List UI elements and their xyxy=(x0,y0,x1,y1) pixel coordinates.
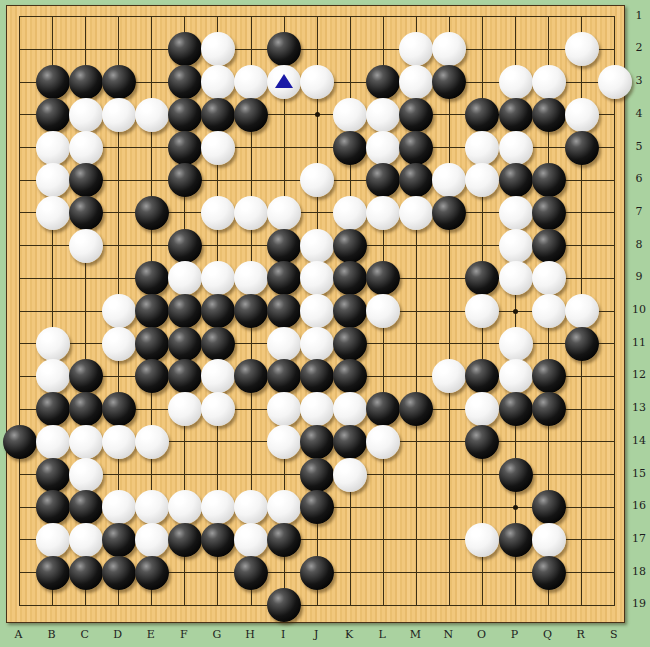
black-stone-L9 xyxy=(366,261,400,295)
column-label-B: B xyxy=(43,628,61,642)
white-stone-H7 xyxy=(234,196,268,230)
black-stone-Q8 xyxy=(532,229,566,263)
black-stone-P17 xyxy=(499,523,533,557)
white-stone-D16 xyxy=(102,490,136,524)
white-stone-S3 xyxy=(598,65,632,99)
column-label-D: D xyxy=(109,628,127,642)
white-stone-B7 xyxy=(36,196,70,230)
white-stone-Q3 xyxy=(532,65,566,99)
black-stone-F12 xyxy=(168,359,202,393)
row-label-6: 6 xyxy=(629,172,649,186)
white-stone-K7 xyxy=(333,196,367,230)
white-stone-G16 xyxy=(201,490,235,524)
black-stone-C13 xyxy=(69,392,103,426)
column-label-Q: Q xyxy=(539,628,557,642)
white-stone-O17 xyxy=(465,523,499,557)
black-stone-I19 xyxy=(267,588,301,622)
go-board[interactable] xyxy=(6,5,625,623)
column-label-J: J xyxy=(307,628,325,642)
white-stone-L14 xyxy=(366,425,400,459)
white-stone-P7 xyxy=(499,196,533,230)
black-stone-L6 xyxy=(366,163,400,197)
black-stone-I2 xyxy=(267,32,301,66)
black-stone-H4 xyxy=(234,98,268,132)
white-stone-G5 xyxy=(201,131,235,165)
black-stone-I9 xyxy=(267,261,301,295)
white-stone-M2 xyxy=(399,32,433,66)
black-stone-M6 xyxy=(399,163,433,197)
column-label-G: G xyxy=(208,628,226,642)
black-stone-G17 xyxy=(201,523,235,557)
white-stone-C14 xyxy=(69,425,103,459)
white-stone-J10 xyxy=(300,294,334,328)
black-stone-B13 xyxy=(36,392,70,426)
black-stone-K12 xyxy=(333,359,367,393)
white-stone-B17 xyxy=(36,523,70,557)
row-label-3: 3 xyxy=(629,74,649,88)
white-stone-H9 xyxy=(234,261,268,295)
white-stone-N6 xyxy=(432,163,466,197)
column-label-S: S xyxy=(605,628,623,642)
white-stone-Q17 xyxy=(532,523,566,557)
black-stone-A14 xyxy=(3,425,37,459)
black-stone-D13 xyxy=(102,392,136,426)
black-stone-D17 xyxy=(102,523,136,557)
column-label-F: F xyxy=(175,628,193,642)
white-stone-Q9 xyxy=(532,261,566,295)
black-stone-Q6 xyxy=(532,163,566,197)
white-stone-B12 xyxy=(36,359,70,393)
white-stone-J8 xyxy=(300,229,334,263)
black-stone-I17 xyxy=(267,523,301,557)
black-stone-I10 xyxy=(267,294,301,328)
white-stone-M7 xyxy=(399,196,433,230)
black-stone-G10 xyxy=(201,294,235,328)
row-label-16: 16 xyxy=(629,499,649,513)
white-stone-J3 xyxy=(300,65,334,99)
white-stone-H17 xyxy=(234,523,268,557)
black-stone-Q4 xyxy=(532,98,566,132)
column-label-C: C xyxy=(76,628,94,642)
white-stone-D14 xyxy=(102,425,136,459)
black-stone-Q16 xyxy=(532,490,566,524)
row-label-1: 1 xyxy=(629,9,649,23)
column-label-L: L xyxy=(373,628,391,642)
white-stone-L4 xyxy=(366,98,400,132)
white-stone-C8 xyxy=(69,229,103,263)
white-stone-D10 xyxy=(102,294,136,328)
white-stone-K4 xyxy=(333,98,367,132)
black-stone-Q18 xyxy=(532,556,566,590)
column-label-I: I xyxy=(274,628,292,642)
white-stone-C17 xyxy=(69,523,103,557)
white-stone-L5 xyxy=(366,131,400,165)
white-stone-I14 xyxy=(267,425,301,459)
black-stone-B18 xyxy=(36,556,70,590)
black-stone-Q12 xyxy=(532,359,566,393)
column-label-K: K xyxy=(340,628,358,642)
black-stone-E11 xyxy=(135,327,169,361)
white-stone-C4 xyxy=(69,98,103,132)
row-label-2: 2 xyxy=(629,41,649,55)
white-stone-I11 xyxy=(267,327,301,361)
black-stone-E12 xyxy=(135,359,169,393)
white-stone-P11 xyxy=(499,327,533,361)
black-stone-I12 xyxy=(267,359,301,393)
black-stone-J14 xyxy=(300,425,334,459)
black-stone-I8 xyxy=(267,229,301,263)
row-label-15: 15 xyxy=(629,467,649,481)
white-stone-L10 xyxy=(366,294,400,328)
row-label-13: 13 xyxy=(629,401,649,415)
white-stone-N12 xyxy=(432,359,466,393)
white-stone-O5 xyxy=(465,131,499,165)
last-move-triangle-icon xyxy=(275,74,293,88)
white-stone-F9 xyxy=(168,261,202,295)
black-stone-P4 xyxy=(499,98,533,132)
column-label-P: P xyxy=(506,628,524,642)
grid-vline xyxy=(449,16,450,606)
row-label-5: 5 xyxy=(629,140,649,154)
white-stone-F13 xyxy=(168,392,202,426)
black-stone-G4 xyxy=(201,98,235,132)
white-stone-P12 xyxy=(499,359,533,393)
black-stone-P13 xyxy=(499,392,533,426)
black-stone-H12 xyxy=(234,359,268,393)
white-stone-M3 xyxy=(399,65,433,99)
black-stone-K8 xyxy=(333,229,367,263)
white-stone-H3 xyxy=(234,65,268,99)
row-label-4: 4 xyxy=(629,107,649,121)
white-stone-F16 xyxy=(168,490,202,524)
black-stone-K14 xyxy=(333,425,367,459)
black-stone-H10 xyxy=(234,294,268,328)
white-stone-D11 xyxy=(102,327,136,361)
white-stone-G9 xyxy=(201,261,235,295)
white-stone-O13 xyxy=(465,392,499,426)
column-label-N: N xyxy=(439,628,457,642)
row-label-18: 18 xyxy=(629,565,649,579)
black-stone-K5 xyxy=(333,131,367,165)
white-stone-N2 xyxy=(432,32,466,66)
black-stone-N3 xyxy=(432,65,466,99)
black-stone-O12 xyxy=(465,359,499,393)
black-stone-M5 xyxy=(399,131,433,165)
row-label-8: 8 xyxy=(629,238,649,252)
black-stone-J12 xyxy=(300,359,334,393)
black-stone-G11 xyxy=(201,327,235,361)
column-label-M: M xyxy=(406,628,424,642)
black-stone-O9 xyxy=(465,261,499,295)
black-stone-F2 xyxy=(168,32,202,66)
black-stone-O4 xyxy=(465,98,499,132)
column-label-H: H xyxy=(241,628,259,642)
star-point xyxy=(315,112,320,117)
black-stone-Q13 xyxy=(532,392,566,426)
black-stone-F6 xyxy=(168,163,202,197)
star-point xyxy=(513,309,518,314)
black-stone-B16 xyxy=(36,490,70,524)
white-stone-J9 xyxy=(300,261,334,295)
white-stone-D4 xyxy=(102,98,136,132)
column-label-O: O xyxy=(472,628,490,642)
white-stone-Q10 xyxy=(532,294,566,328)
white-stone-R4 xyxy=(565,98,599,132)
white-stone-G12 xyxy=(201,359,235,393)
row-label-7: 7 xyxy=(629,205,649,219)
star-point xyxy=(513,505,518,510)
black-stone-Q7 xyxy=(532,196,566,230)
black-stone-B15 xyxy=(36,458,70,492)
white-stone-I16 xyxy=(267,490,301,524)
white-stone-E14 xyxy=(135,425,169,459)
black-stone-E7 xyxy=(135,196,169,230)
column-label-R: R xyxy=(572,628,590,642)
white-stone-I7 xyxy=(267,196,301,230)
black-stone-B4 xyxy=(36,98,70,132)
white-stone-J11 xyxy=(300,327,334,361)
black-stone-C18 xyxy=(69,556,103,590)
black-stone-O14 xyxy=(465,425,499,459)
black-stone-C12 xyxy=(69,359,103,393)
column-label-E: E xyxy=(142,628,160,642)
black-stone-J15 xyxy=(300,458,334,492)
black-stone-L13 xyxy=(366,392,400,426)
white-stone-R2 xyxy=(565,32,599,66)
white-stone-B14 xyxy=(36,425,70,459)
black-stone-F11 xyxy=(168,327,202,361)
white-stone-B6 xyxy=(36,163,70,197)
white-stone-P8 xyxy=(499,229,533,263)
black-stone-F10 xyxy=(168,294,202,328)
black-stone-L3 xyxy=(366,65,400,99)
white-stone-G7 xyxy=(201,196,235,230)
black-stone-K9 xyxy=(333,261,367,295)
black-stone-F17 xyxy=(168,523,202,557)
black-stone-F4 xyxy=(168,98,202,132)
white-stone-G3 xyxy=(201,65,235,99)
black-stone-F8 xyxy=(168,229,202,263)
black-stone-E9 xyxy=(135,261,169,295)
white-stone-G13 xyxy=(201,392,235,426)
white-stone-G2 xyxy=(201,32,235,66)
white-stone-L7 xyxy=(366,196,400,230)
white-stone-C5 xyxy=(69,131,103,165)
black-stone-P6 xyxy=(499,163,533,197)
white-stone-P9 xyxy=(499,261,533,295)
white-stone-J6 xyxy=(300,163,334,197)
white-stone-E16 xyxy=(135,490,169,524)
row-label-9: 9 xyxy=(629,270,649,284)
black-stone-F5 xyxy=(168,131,202,165)
go-board-app: ABCDEFGHIJKLMNOPQRS123456789101112131415… xyxy=(0,0,650,647)
column-label-A: A xyxy=(10,628,28,642)
black-stone-D18 xyxy=(102,556,136,590)
black-stone-C7 xyxy=(69,196,103,230)
black-stone-J18 xyxy=(300,556,334,590)
white-stone-H16 xyxy=(234,490,268,524)
black-stone-J16 xyxy=(300,490,334,524)
black-stone-D3 xyxy=(102,65,136,99)
black-stone-K11 xyxy=(333,327,367,361)
row-label-17: 17 xyxy=(629,532,649,546)
white-stone-E17 xyxy=(135,523,169,557)
black-stone-E10 xyxy=(135,294,169,328)
black-stone-E18 xyxy=(135,556,169,590)
white-stone-P5 xyxy=(499,131,533,165)
row-label-12: 12 xyxy=(629,368,649,382)
black-stone-H18 xyxy=(234,556,268,590)
grid-hline xyxy=(19,605,615,606)
black-stone-C6 xyxy=(69,163,103,197)
black-stone-N7 xyxy=(432,196,466,230)
black-stone-R11 xyxy=(565,327,599,361)
black-stone-M13 xyxy=(399,392,433,426)
white-stone-B5 xyxy=(36,131,70,165)
white-stone-O10 xyxy=(465,294,499,328)
white-stone-R10 xyxy=(565,294,599,328)
row-label-10: 10 xyxy=(629,303,649,317)
black-stone-P15 xyxy=(499,458,533,492)
white-stone-P3 xyxy=(499,65,533,99)
white-stone-J13 xyxy=(300,392,334,426)
white-stone-B11 xyxy=(36,327,70,361)
black-stone-F3 xyxy=(168,65,202,99)
white-stone-O6 xyxy=(465,163,499,197)
black-stone-C16 xyxy=(69,490,103,524)
white-stone-I3 xyxy=(267,65,301,99)
white-stone-I13 xyxy=(267,392,301,426)
row-label-14: 14 xyxy=(629,434,649,448)
white-stone-E4 xyxy=(135,98,169,132)
grid-vline xyxy=(614,16,615,606)
black-stone-R5 xyxy=(565,131,599,165)
black-stone-C3 xyxy=(69,65,103,99)
white-stone-K13 xyxy=(333,392,367,426)
black-stone-M4 xyxy=(399,98,433,132)
row-label-11: 11 xyxy=(629,336,649,350)
white-stone-C15 xyxy=(69,458,103,492)
black-stone-K10 xyxy=(333,294,367,328)
row-label-19: 19 xyxy=(629,597,649,611)
white-stone-K15 xyxy=(333,458,367,492)
black-stone-B3 xyxy=(36,65,70,99)
